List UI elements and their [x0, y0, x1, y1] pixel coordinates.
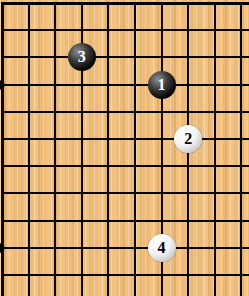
stone-number: 4	[158, 234, 166, 262]
stone-black-1[interactable]: 1	[148, 71, 176, 99]
stone-white-2[interactable]: 2	[174, 125, 202, 153]
grid-line-vertical	[28, 2, 30, 296]
hoshi-edge-marker-icon	[0, 80, 6, 90]
grid-line-horizontal	[1, 247, 249, 249]
stone-number: 3	[78, 43, 86, 71]
grid-line-horizontal	[1, 2, 249, 5]
stone-number: 2	[184, 125, 192, 153]
grid-line-horizontal	[1, 192, 249, 194]
grid-line-horizontal	[1, 274, 249, 276]
grid-line-vertical	[134, 2, 136, 296]
grid-line-vertical	[107, 2, 109, 296]
grid-line-horizontal	[1, 84, 249, 86]
hoshi-edge-marker-icon	[0, 243, 6, 253]
grid-line-vertical	[240, 2, 242, 296]
grid-line-horizontal	[1, 29, 249, 31]
grid-line-horizontal	[1, 138, 249, 140]
grid-line-vertical	[214, 2, 216, 296]
stone-black-3[interactable]: 3	[68, 43, 96, 71]
grid-line-horizontal	[1, 165, 249, 167]
stone-white-4[interactable]: 4	[148, 234, 176, 262]
grid-line-horizontal	[1, 111, 249, 113]
stone-number: 1	[158, 71, 166, 99]
grid-line-horizontal	[1, 56, 249, 58]
grid-line-vertical	[54, 2, 56, 296]
grid-line-horizontal	[1, 220, 249, 222]
go-board[interactable]: 1 2 3 4	[0, 0, 249, 296]
